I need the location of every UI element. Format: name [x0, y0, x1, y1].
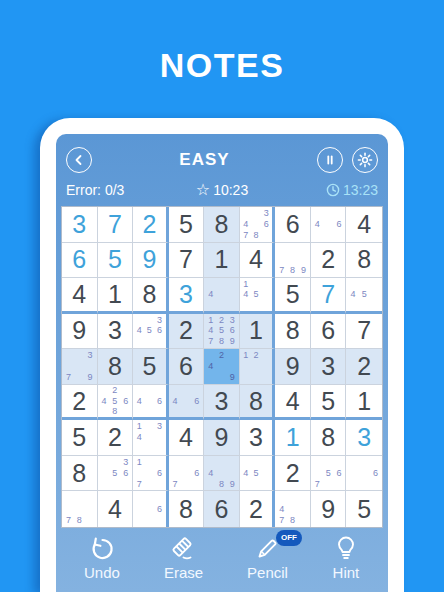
sudoku-cell-r5c9[interactable]: 2 [346, 349, 382, 385]
pencil-notes: 46 [312, 208, 345, 241]
sudoku-cell-r9c6[interactable]: 2 [240, 491, 276, 527]
clock-icon [326, 183, 340, 197]
sudoku-cell-r6c2[interactable]: 24568 [98, 385, 134, 421]
sudoku-cell-r3c3[interactable]: 8 [133, 278, 169, 314]
cell-digit: 6 [215, 497, 229, 522]
pencil-notes: 24568 [99, 386, 132, 417]
sudoku-cell-r7c6[interactable]: 3 [240, 420, 276, 456]
sudoku-cell-r7c2[interactable]: 2 [98, 420, 134, 456]
pencil-notes: 12 [241, 350, 272, 383]
sudoku-cell-r7c9[interactable]: 3 [346, 420, 382, 456]
cell-digit: 2 [108, 425, 122, 450]
sudoku-cell-r9c7[interactable]: 478 [275, 491, 311, 527]
sudoku-cell-r6c6[interactable]: 8 [240, 385, 276, 421]
chevron-left-icon [72, 153, 86, 167]
cell-digit: 2 [321, 247, 335, 272]
cell-digit: 5 [179, 212, 193, 237]
sudoku-cell-r4c9[interactable]: 7 [346, 314, 382, 350]
app-header: EASY [56, 134, 388, 180]
sudoku-cell-r2c4[interactable]: 7 [169, 243, 205, 279]
cell-digit: 4 [249, 247, 263, 272]
cell-digit: 8 [108, 354, 122, 379]
sudoku-cell-r2c8[interactable]: 2 [311, 243, 347, 279]
sudoku-cell-r5c4[interactable]: 6 [169, 349, 205, 385]
sudoku-cell-r5c6[interactable]: 12 [240, 349, 276, 385]
sudoku-cell-r2c9[interactable]: 8 [346, 243, 382, 279]
error-counter: Error: 0/3 [66, 182, 170, 198]
sudoku-cell-r1c7[interactable]: 6 [275, 207, 311, 243]
back-button[interactable] [66, 147, 92, 173]
sudoku-cell-r5c8[interactable]: 3 [311, 349, 347, 385]
sudoku-cell-r1c2[interactable]: 7 [98, 207, 134, 243]
cell-digit: 2 [72, 389, 86, 414]
cell-digit: 5 [108, 247, 122, 272]
sudoku-cell-r2c7[interactable]: 789 [275, 243, 311, 279]
eraser-icon [169, 534, 197, 562]
sudoku-cell-r4c4[interactable]: 2 [169, 314, 205, 350]
sudoku-cell-r7c3[interactable]: 134 [133, 420, 169, 456]
pencil-notes: 379 [63, 350, 96, 383]
pencil-off-badge: OFF [276, 530, 302, 546]
sudoku-cell-r8c4[interactable]: 67 [169, 456, 205, 492]
sudoku-cell-r4c1[interactable]: 9 [62, 314, 98, 350]
pencil-notes: 145 [241, 279, 272, 310]
sudoku-cell-r6c3[interactable]: 46 [133, 385, 169, 421]
cell-digit: 7 [108, 212, 122, 237]
status-row: Error: 0/3 ☆ 10:23 13:23 [56, 180, 388, 206]
pencil-notes: 3456 [134, 315, 165, 348]
sudoku-cell-r9c9[interactable]: 5 [346, 491, 382, 527]
cell-digit: 2 [286, 461, 300, 486]
cell-digit: 4 [286, 389, 300, 414]
sudoku-cell-r3c9[interactable]: 45 [346, 278, 382, 314]
sudoku-cell-r3c1[interactable]: 4 [62, 278, 98, 314]
toolbar: Undo Erase OFF [56, 530, 388, 592]
sudoku-cell-r7c1[interactable]: 5 [62, 420, 98, 456]
pencil-notes: 123456789 [205, 315, 238, 348]
cell-digit: 7 [179, 247, 193, 272]
sudoku-cell-r2c6[interactable]: 4 [240, 243, 276, 279]
elapsed-time: 13:23 [343, 182, 378, 198]
pencil-notes: 34678 [241, 208, 272, 241]
cell-digit: 3 [321, 354, 335, 379]
hint-label: Hint [333, 564, 360, 581]
star-icon: ☆ [196, 182, 210, 198]
sudoku-cell-r4c2[interactable]: 3 [98, 314, 134, 350]
cell-digit: 4 [357, 212, 371, 237]
sudoku-cell-r9c8[interactable]: 9 [311, 491, 347, 527]
cell-digit: 3 [72, 212, 86, 237]
pencil-notes: 167 [134, 457, 165, 490]
pause-button[interactable] [317, 147, 343, 173]
sudoku-cell-r3c8[interactable]: 7 [311, 278, 347, 314]
sudoku-cell-r9c5[interactable]: 6 [204, 491, 240, 527]
cell-digit: 9 [142, 247, 156, 272]
pencil-notes: 249 [205, 350, 238, 383]
pause-icon [324, 154, 336, 166]
cell-digit: 1 [249, 318, 263, 343]
pencil-notes: 67 [170, 457, 203, 490]
pencil-notes: 6 [134, 492, 165, 526]
page-title: NOTES [0, 46, 444, 85]
pencil-notes: 46 [134, 386, 165, 417]
sudoku-cell-r6c4[interactable]: 46 [169, 385, 205, 421]
sudoku-cell-r2c5[interactable]: 1 [204, 243, 240, 279]
cell-digit: 1 [215, 247, 229, 272]
tablet-frame: EASY [40, 118, 404, 592]
sudoku-cell-r2c1[interactable]: 6 [62, 243, 98, 279]
cell-digit: 8 [72, 461, 86, 486]
cell-digit: 9 [321, 497, 335, 522]
cell-digit: 2 [249, 497, 263, 522]
sudoku-cell-r5c3[interactable]: 5 [133, 349, 169, 385]
cell-digit: 5 [142, 354, 156, 379]
cell-digit: 7 [321, 282, 335, 307]
cell-digit: 3 [357, 425, 371, 450]
sudoku-cell-r1c4[interactable]: 5 [169, 207, 205, 243]
sudoku-cell-r1c5[interactable]: 8 [204, 207, 240, 243]
cell-digit: 2 [179, 318, 193, 343]
sudoku-cell-r4c3[interactable]: 3456 [133, 314, 169, 350]
cell-digit: 5 [72, 425, 86, 450]
sudoku-cell-r3c2[interactable]: 1 [98, 278, 134, 314]
cell-digit: 6 [321, 318, 335, 343]
sudoku-cell-r3c6[interactable]: 145 [240, 278, 276, 314]
cell-digit: 3 [108, 318, 122, 343]
sudoku-cell-r8c8[interactable]: 567 [311, 456, 347, 492]
pencil-notes: 45 [241, 457, 272, 490]
pencil-notes: 4 [205, 279, 238, 310]
sudoku-cell-r5c5[interactable]: 249 [204, 349, 240, 385]
sudoku-cell-r8c2[interactable]: 356 [98, 456, 134, 492]
cell-digit: 1 [357, 389, 371, 414]
cell-digit: 2 [142, 212, 156, 237]
cell-digit: 8 [142, 282, 156, 307]
erase-label: Erase [164, 564, 203, 581]
pencil-notes: 134 [134, 421, 165, 454]
sudoku-cell-r1c3[interactable]: 2 [133, 207, 169, 243]
sudoku-cell-r3c7[interactable]: 5 [275, 278, 311, 314]
pencil-notes: 6 [347, 457, 381, 490]
lightbulb-icon [332, 534, 360, 562]
cell-digit: 6 [286, 212, 300, 237]
sudoku-cell-r8c6[interactable]: 45 [240, 456, 276, 492]
pencil-notes: 45 [347, 279, 381, 310]
sudoku-cell-r8c3[interactable]: 167 [133, 456, 169, 492]
cell-digit: 5 [321, 389, 335, 414]
cell-digit: 5 [357, 497, 371, 522]
sudoku-cell-r7c7[interactable]: 1 [275, 420, 311, 456]
sudoku-cell-r8c5[interactable]: 489 [204, 456, 240, 492]
cell-digit: 6 [72, 247, 86, 272]
gear-icon [357, 152, 373, 168]
sudoku-cell-r2c2[interactable]: 5 [98, 243, 134, 279]
sudoku-cell-r3c4[interactable]: 3 [169, 278, 205, 314]
cell-digit: 8 [249, 389, 263, 414]
sudoku-cell-r1c8[interactable]: 46 [311, 207, 347, 243]
cell-digit: 1 [108, 282, 122, 307]
cell-digit: 9 [215, 425, 229, 450]
undo-label: Undo [84, 564, 120, 581]
pencil-notes: 78 [63, 492, 96, 526]
sudoku-cell-r6c8[interactable]: 5 [311, 385, 347, 421]
cell-digit: 8 [215, 212, 229, 237]
sudoku-cell-r2c3[interactable]: 9 [133, 243, 169, 279]
sudoku-cell-r9c3[interactable]: 6 [133, 491, 169, 527]
cell-digit: 3 [215, 389, 229, 414]
cell-digit: 8 [179, 497, 193, 522]
sudoku-cell-r6c7[interactable]: 4 [275, 385, 311, 421]
app-screen: EASY [56, 134, 388, 592]
sudoku-cell-r6c1[interactable]: 2 [62, 385, 98, 421]
sudoku-cell-r6c5[interactable]: 3 [204, 385, 240, 421]
pencil-button[interactable]: OFF Pencil [247, 534, 288, 581]
sudoku-cell-r8c7[interactable]: 2 [275, 456, 311, 492]
pencil-label: Pencil [247, 564, 288, 581]
difficulty-title: EASY [179, 150, 229, 170]
sudoku-cell-r5c7[interactable]: 9 [275, 349, 311, 385]
sudoku-cell-r1c9[interactable]: 4 [346, 207, 382, 243]
sudoku-cell-r1c1[interactable]: 3 [62, 207, 98, 243]
pencil-notes: 489 [205, 457, 238, 490]
cell-digit: 3 [179, 282, 193, 307]
pencil-notes: 478 [276, 492, 309, 526]
cell-digit: 7 [357, 318, 371, 343]
pencil-notes: 567 [312, 457, 345, 490]
cell-digit: 9 [286, 354, 300, 379]
sudoku-cell-r8c9[interactable]: 6 [346, 456, 382, 492]
undo-button[interactable]: Undo [84, 534, 120, 581]
erase-button[interactable]: Erase [164, 534, 203, 581]
sudoku-cell-r3c5[interactable]: 4 [204, 278, 240, 314]
cell-digit: 4 [179, 425, 193, 450]
sudoku-cell-r5c2[interactable]: 8 [98, 349, 134, 385]
cell-digit: 4 [72, 282, 86, 307]
settings-button[interactable] [352, 147, 378, 173]
best-time: 10:23 [213, 182, 248, 198]
sudoku-cell-r9c4[interactable]: 8 [169, 491, 205, 527]
cell-digit: 4 [108, 497, 122, 522]
cell-digit: 8 [321, 425, 335, 450]
sudoku-cell-r7c4[interactable]: 4 [169, 420, 205, 456]
sudoku-cell-r1c6[interactable]: 34678 [240, 207, 276, 243]
sudoku-cell-r8c1[interactable]: 8 [62, 456, 98, 492]
cell-digit: 2 [357, 354, 371, 379]
cell-digit: 6 [179, 354, 193, 379]
sudoku-cell-r9c2[interactable]: 4 [98, 491, 134, 527]
hint-button[interactable]: Hint [332, 534, 360, 581]
sudoku-cell-r4c8[interactable]: 6 [311, 314, 347, 350]
cell-digit: 3 [249, 425, 263, 450]
sudoku-cell-r6c9[interactable]: 1 [346, 385, 382, 421]
sudoku-cell-r4c6[interactable]: 1 [240, 314, 276, 350]
sudoku-cell-r7c5[interactable]: 9 [204, 420, 240, 456]
sudoku-cell-r4c7[interactable]: 8 [275, 314, 311, 350]
sudoku-cell-r9c1[interactable]: 78 [62, 491, 98, 527]
pencil-notes: 356 [99, 457, 132, 490]
sudoku-cell-r4c5[interactable]: 123456789 [204, 314, 240, 350]
cell-digit: 5 [286, 282, 300, 307]
sudoku-board[interactable]: 3725834678646465971478928418341455745933… [61, 206, 383, 528]
pencil-notes: 789 [276, 244, 309, 277]
cell-digit: 8 [286, 318, 300, 343]
cell-digit: 1 [286, 425, 300, 450]
pencil-notes: 46 [170, 386, 203, 417]
sudoku-cell-r7c8[interactable]: 8 [311, 420, 347, 456]
undo-icon [88, 534, 116, 562]
cell-digit: 9 [72, 318, 86, 343]
cell-digit: 8 [357, 247, 371, 272]
sudoku-cell-r5c1[interactable]: 379 [62, 349, 98, 385]
